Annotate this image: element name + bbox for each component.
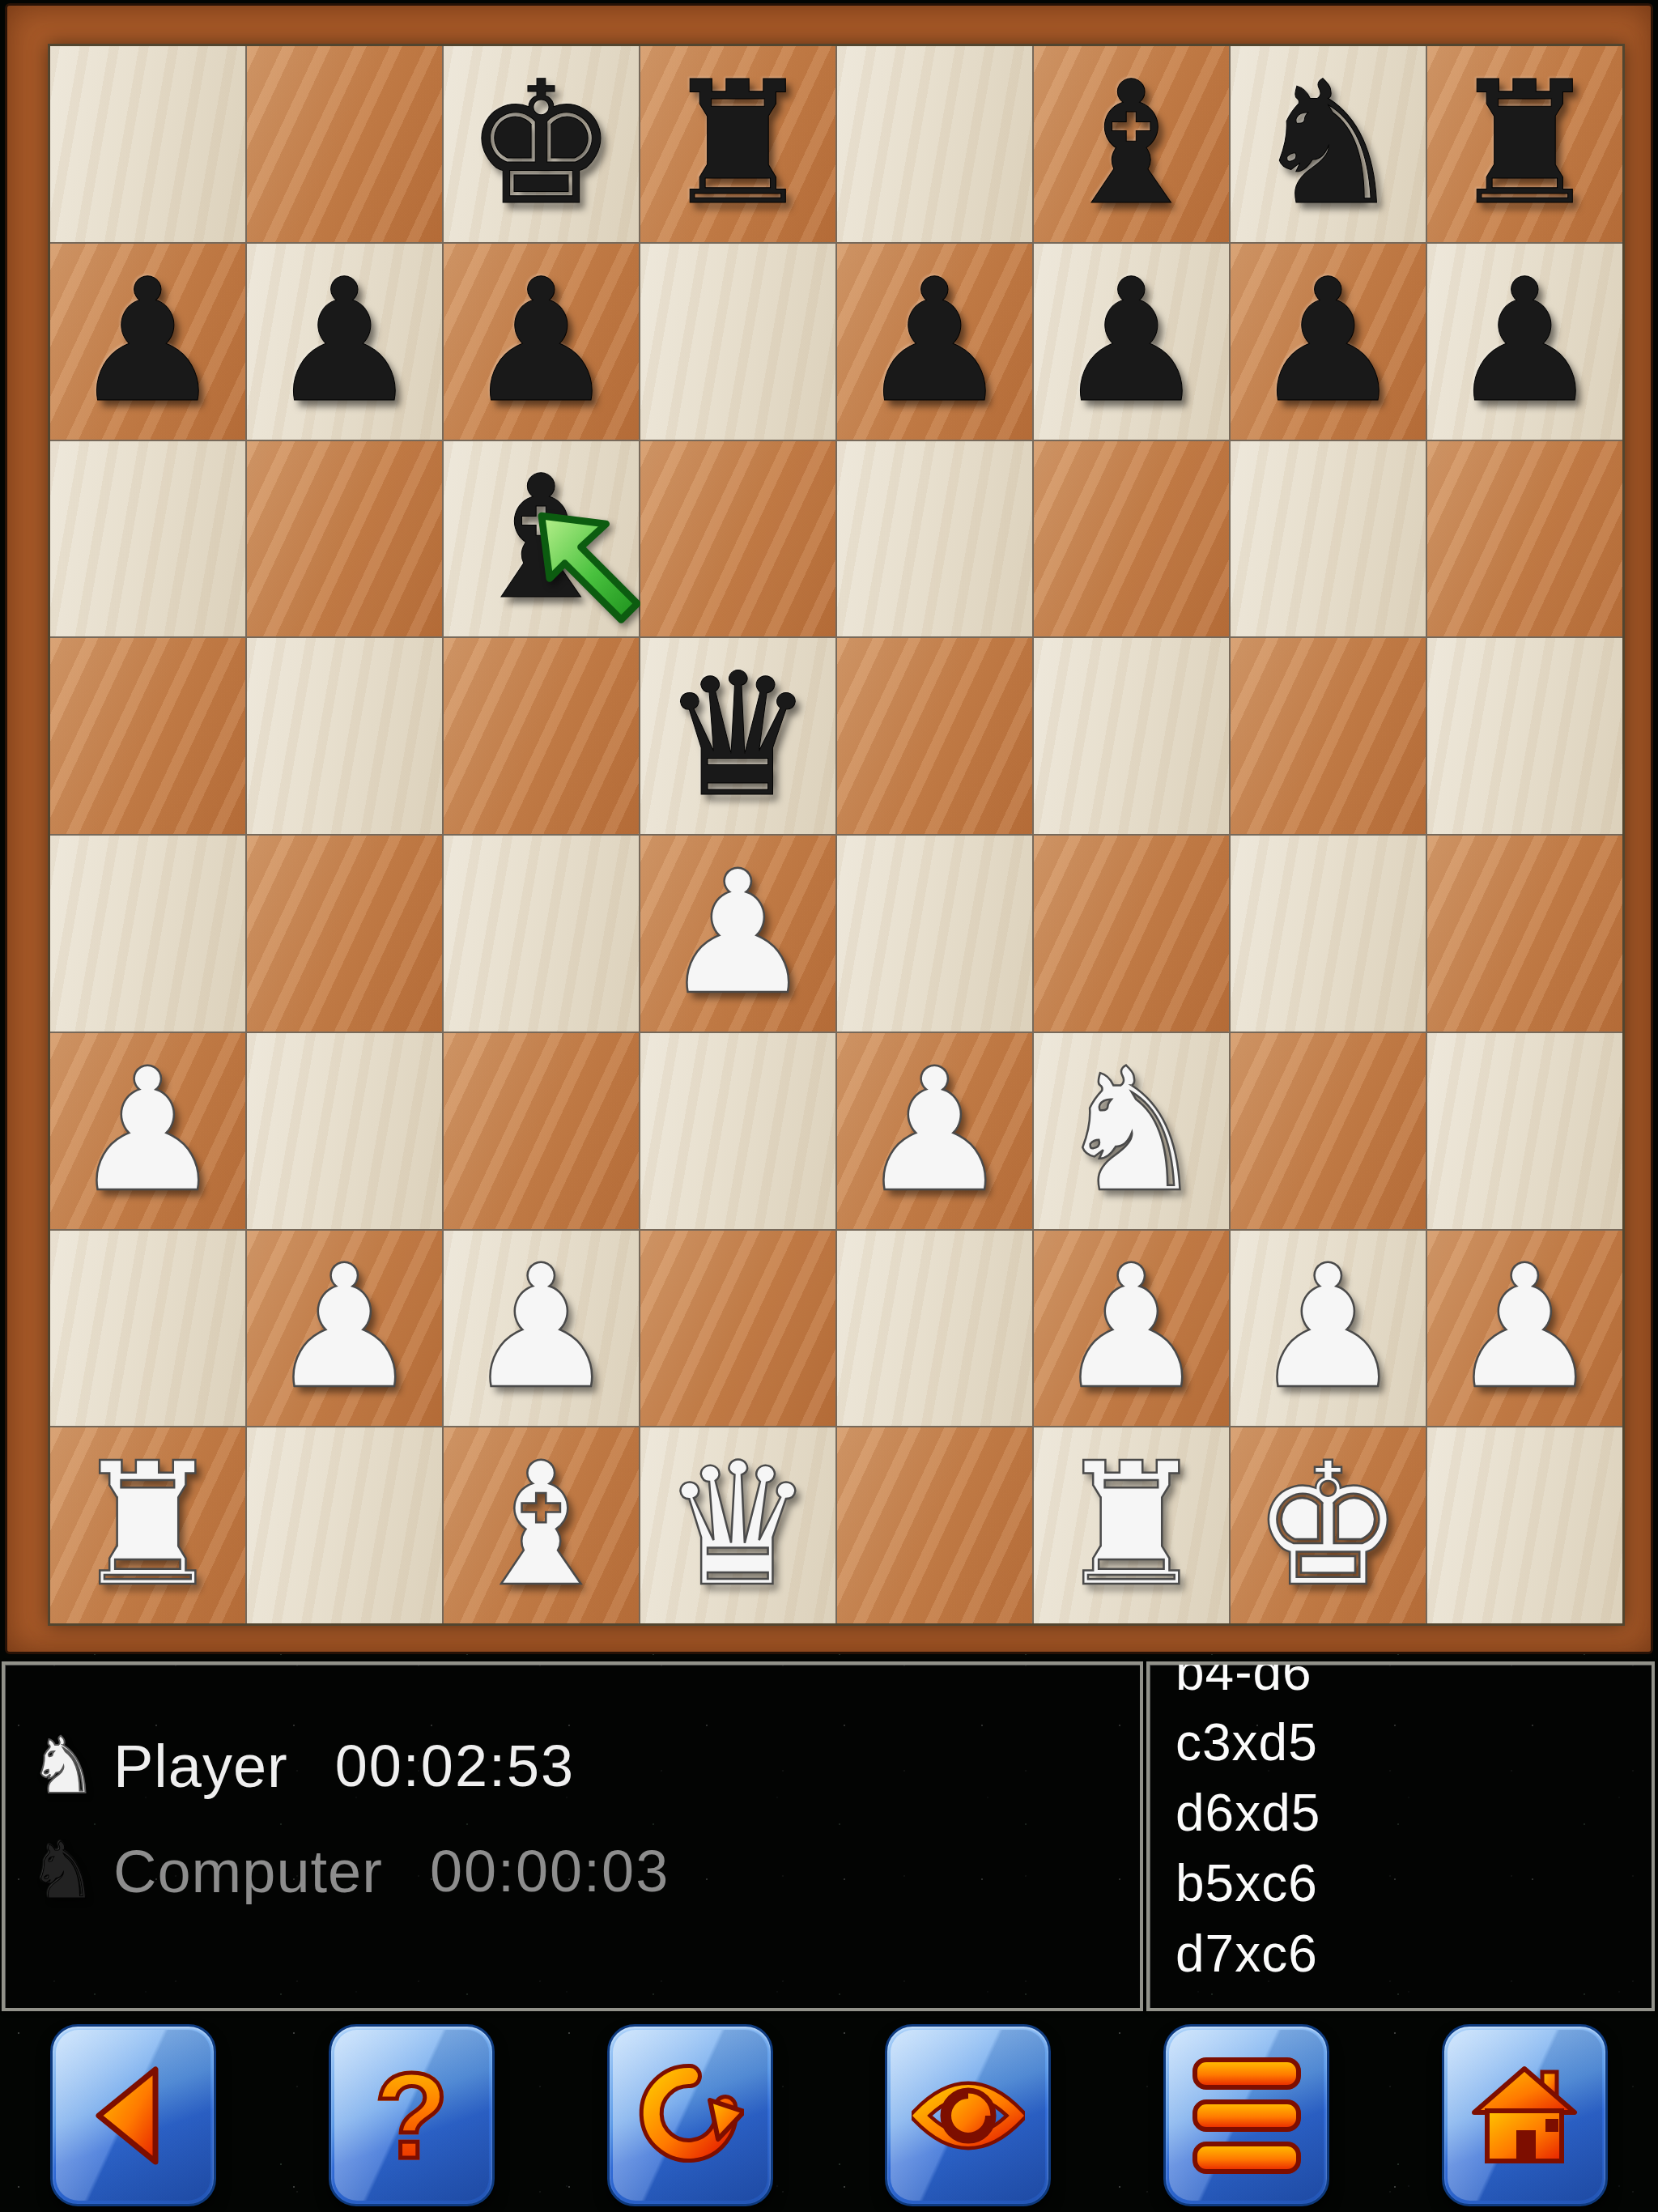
square-h8[interactable]: ♜ — [1427, 46, 1622, 242]
square-b3[interactable] — [247, 1033, 442, 1229]
square-d2[interactable] — [640, 1231, 835, 1427]
square-h2[interactable]: ♟ — [1427, 1231, 1622, 1427]
white-knight-icon: ♞ — [21, 1727, 105, 1805]
replay-button[interactable] — [607, 2024, 773, 2206]
square-c5[interactable] — [444, 638, 639, 834]
square-f7[interactable]: ♟ — [1034, 244, 1229, 440]
piece-bR-h8: ♜ — [1448, 59, 1601, 229]
square-f1[interactable]: ♜ — [1034, 1427, 1229, 1623]
square-c7[interactable]: ♟ — [444, 244, 639, 440]
piece-bP-c7: ♟ — [465, 257, 617, 427]
chess-board: ♚♜♝♞♜♟♟♟♟♟♟♟♝♛♟♟♟♞♟♟♟♟♟♜♝♛♜♚ — [48, 44, 1625, 1626]
player-clock-row: ♞ Player 00:02:53 — [5, 1721, 1140, 1810]
square-d1[interactable]: ♛ — [640, 1427, 835, 1623]
piece-bN-g8: ♞ — [1252, 59, 1404, 229]
piece-wR-f1: ♜ — [1055, 1440, 1207, 1610]
clock-panel: ♞ Player 00:02:53 ♞ Computer 00:00:03 — [2, 1661, 1143, 2011]
piece-bP-g7: ♟ — [1252, 257, 1404, 427]
square-b2[interactable]: ♟ — [247, 1231, 442, 1427]
piece-bP-h7: ♟ — [1448, 257, 1601, 427]
square-c6[interactable]: ♝ — [444, 441, 639, 637]
piece-wK-g1: ♚ — [1252, 1440, 1404, 1610]
piece-bP-e7: ♟ — [858, 257, 1010, 427]
square-f6[interactable] — [1034, 441, 1229, 637]
piece-wP-g2: ♟ — [1252, 1243, 1404, 1413]
eye-icon — [912, 2063, 1025, 2168]
menu-button[interactable] — [1163, 2024, 1329, 2206]
chess-app-screen: ♚♜♝♞♜♟♟♟♟♟♟♟♝♛♟♟♟♞♟♟♟♟♟♜♝♛♜♚ ♞ Player 00… — [0, 0, 1658, 2212]
piece-wP-h2: ♟ — [1448, 1243, 1601, 1413]
square-e6[interactable] — [837, 441, 1032, 637]
square-d6[interactable] — [640, 441, 835, 637]
piece-bP-b7: ♟ — [268, 257, 420, 427]
square-a2[interactable] — [50, 1231, 245, 1427]
square-c3[interactable] — [444, 1033, 639, 1229]
square-g4[interactable] — [1231, 836, 1426, 1032]
square-g1[interactable]: ♚ — [1231, 1427, 1426, 1623]
square-g6[interactable] — [1231, 441, 1426, 637]
square-e2[interactable] — [837, 1231, 1032, 1427]
square-c4[interactable] — [444, 836, 639, 1032]
square-d4[interactable]: ♟ — [640, 836, 835, 1032]
piece-bB-c6: ♝ — [465, 453, 617, 623]
square-a3[interactable]: ♟ — [50, 1033, 245, 1229]
piece-wP-e3: ♟ — [858, 1046, 1010, 1216]
square-h3[interactable] — [1427, 1033, 1622, 1229]
rotate-arrow-icon — [636, 2061, 744, 2170]
piece-wB-c1: ♝ — [465, 1440, 617, 1610]
square-g3[interactable] — [1231, 1033, 1426, 1229]
player-clock: 00:02:53 — [335, 1733, 575, 1799]
piece-wP-c2: ♟ — [465, 1243, 617, 1413]
square-e3[interactable]: ♟ — [837, 1033, 1032, 1229]
player-name: Player — [113, 1732, 288, 1801]
square-a4[interactable] — [50, 836, 245, 1032]
square-f2[interactable]: ♟ — [1034, 1231, 1229, 1427]
menu-bars-icon — [1190, 2055, 1303, 2176]
square-b6[interactable] — [247, 441, 442, 637]
square-b1[interactable] — [247, 1427, 442, 1623]
piece-bB-f8: ♝ — [1055, 59, 1207, 229]
square-e7[interactable]: ♟ — [837, 244, 1032, 440]
square-g7[interactable]: ♟ — [1231, 244, 1426, 440]
square-h5[interactable] — [1427, 638, 1622, 834]
square-d3[interactable] — [640, 1033, 835, 1229]
square-f3[interactable]: ♞ — [1034, 1033, 1229, 1229]
question-mark-icon: ? — [374, 2055, 449, 2176]
square-f8[interactable]: ♝ — [1034, 46, 1229, 242]
move-list-panel: b4-d6c3xd5d6xd5b5xc6d7xc6 — [1146, 1661, 1655, 2011]
back-arrow-icon — [81, 2063, 186, 2168]
square-h1[interactable] — [1427, 1427, 1622, 1623]
piece-bQ-d5: ♛ — [661, 651, 814, 821]
piece-wP-a3: ♟ — [71, 1046, 223, 1216]
piece-wP-b2: ♟ — [268, 1243, 420, 1413]
move-entry: d6xd5 — [1175, 1778, 1652, 1848]
square-e8[interactable] — [837, 46, 1032, 242]
computer-clock-row: ♞ Computer 00:00:03 — [5, 1827, 1140, 1916]
square-c2[interactable]: ♟ — [444, 1231, 639, 1427]
square-b7[interactable]: ♟ — [247, 244, 442, 440]
square-g8[interactable]: ♞ — [1231, 46, 1426, 242]
computer-clock: 00:00:03 — [430, 1838, 670, 1904]
back-button[interactable] — [50, 2024, 216, 2206]
square-e5[interactable] — [837, 638, 1032, 834]
piece-wR-a1: ♜ — [71, 1440, 223, 1610]
piece-bR-d8: ♜ — [661, 59, 814, 229]
square-h4[interactable] — [1427, 836, 1622, 1032]
square-c8[interactable]: ♚ — [444, 46, 639, 242]
toolbar: ? — [0, 2024, 1658, 2212]
help-button[interactable]: ? — [329, 2024, 495, 2206]
square-a1[interactable]: ♜ — [50, 1427, 245, 1623]
square-a7[interactable]: ♟ — [50, 244, 245, 440]
move-list[interactable]: b4-d6c3xd5d6xd5b5xc6d7xc6 — [1150, 1661, 1652, 1989]
move-entry: b5xc6 — [1175, 1848, 1652, 1919]
show-move-button[interactable] — [885, 2024, 1051, 2206]
square-g2[interactable]: ♟ — [1231, 1231, 1426, 1427]
move-entry: b4-d6 — [1175, 1661, 1652, 1708]
piece-bP-a7: ♟ — [71, 257, 223, 427]
piece-bK-c8: ♚ — [465, 59, 617, 229]
piece-bP-f7: ♟ — [1055, 257, 1207, 427]
square-b8[interactable] — [247, 46, 442, 242]
square-d8[interactable]: ♜ — [640, 46, 835, 242]
square-h6[interactable] — [1427, 441, 1622, 637]
square-a5[interactable] — [50, 638, 245, 834]
square-b4[interactable] — [247, 836, 442, 1032]
computer-name: Computer — [113, 1837, 383, 1906]
square-e1[interactable] — [837, 1427, 1032, 1623]
square-a6[interactable] — [50, 441, 245, 637]
piece-wQ-d1: ♛ — [661, 1440, 814, 1610]
piece-wP-d4: ♟ — [661, 849, 814, 1019]
piece-wP-f2: ♟ — [1055, 1243, 1207, 1413]
home-button[interactable] — [1442, 2024, 1608, 2206]
square-d7[interactable] — [640, 244, 835, 440]
move-entry: d7xc6 — [1175, 1919, 1652, 1989]
board-wood-frame: ♚♜♝♞♜♟♟♟♟♟♟♟♝♛♟♟♟♞♟♟♟♟♟♜♝♛♜♚ — [5, 3, 1653, 1654]
square-h7[interactable]: ♟ — [1427, 244, 1622, 440]
move-entry: c3xd5 — [1175, 1708, 1652, 1778]
square-a8[interactable] — [50, 46, 245, 242]
square-d5[interactable]: ♛ — [640, 638, 835, 834]
square-g5[interactable] — [1231, 638, 1426, 834]
piece-wN-f3: ♞ — [1055, 1046, 1207, 1216]
square-f5[interactable] — [1034, 638, 1229, 834]
square-e4[interactable] — [837, 836, 1032, 1032]
home-icon — [1468, 2059, 1581, 2172]
square-c1[interactable]: ♝ — [444, 1427, 639, 1623]
square-b5[interactable] — [247, 638, 442, 834]
square-f4[interactable] — [1034, 836, 1229, 1032]
black-knight-icon: ♞ — [21, 1832, 105, 1910]
